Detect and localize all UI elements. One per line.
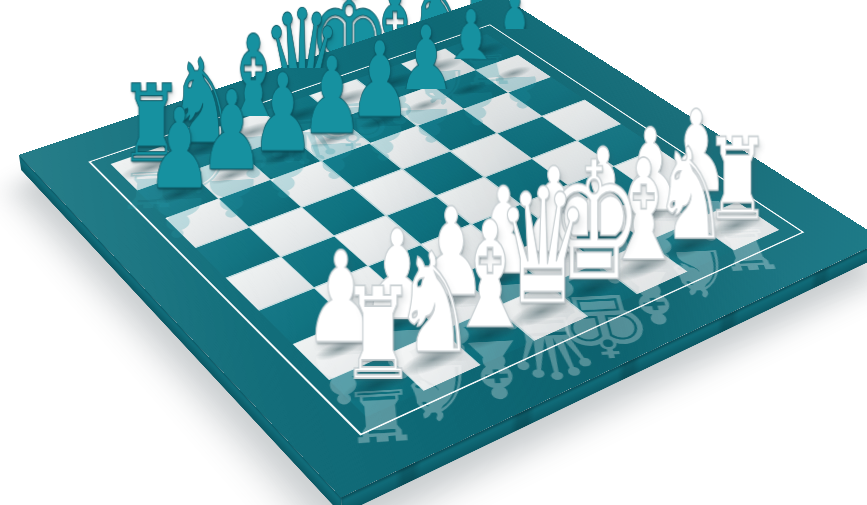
piece-glyph: ♟ (69, 61, 289, 195)
teal-pawn-icon: ♟ (146, 93, 212, 205)
chess-board: ♜♜♞♞♝♝♛♛♚♚♝♝♞♞♜♜♟♟♟♟♟♟♟♟♟♟♟♟♟♟♟♟♟♟♟♟♟♟♟♟… (19, 0, 867, 497)
pieces-layer: ♜♜♞♞♝♝♛♛♚♚♝♝♞♞♜♜♟♟♟♟♟♟♟♟♟♟♟♟♟♟♟♟♟♟♟♟♟♟♟♟… (19, 0, 867, 497)
product-photo-scene: ♜♜♞♞♝♝♛♛♚♚♝♝♞♞♜♜♟♟♟♟♟♟♟♟♟♟♟♟♟♟♟♟♟♟♟♟♟♟♟♟… (0, 0, 867, 505)
white-rook-icon: ♜ (340, 270, 415, 397)
piece-glyph: ♜ (250, 233, 505, 386)
